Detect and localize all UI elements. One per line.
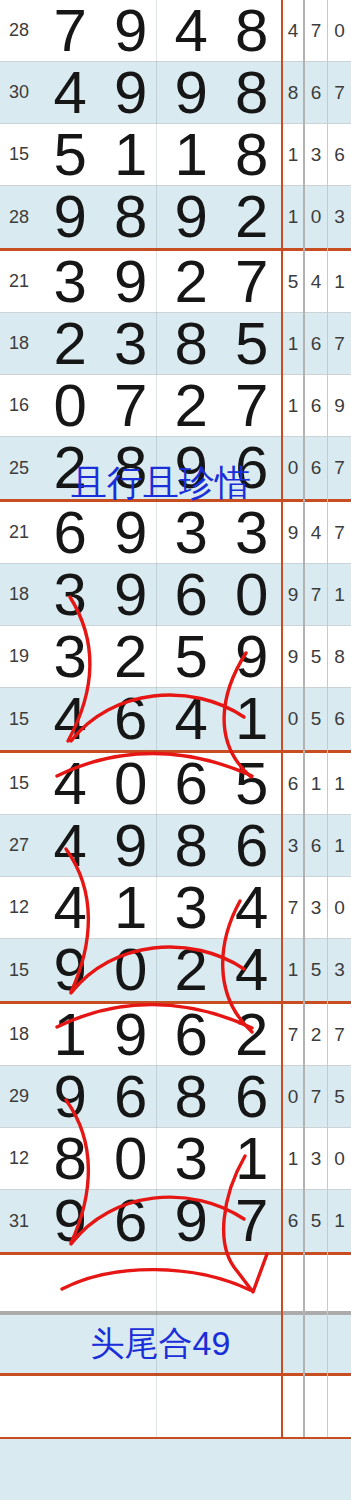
tail-digit: 1 [328, 835, 351, 857]
draw-digit: 8 [222, 125, 283, 185]
tail-digit: 7 [328, 82, 351, 104]
draw-digit: 8 [161, 314, 222, 374]
draw-digit: 6 [222, 816, 283, 876]
sum-value: 31 [0, 1211, 40, 1232]
tail-digit: 1 [282, 395, 304, 417]
draw-digit: 2 [161, 940, 222, 1000]
tail-digit: 5 [304, 959, 328, 981]
sum-value: 15 [0, 773, 40, 794]
draw-digit: 9 [101, 816, 162, 876]
draw-digit: 8 [222, 1, 283, 61]
draw-row: 182385167 [0, 313, 351, 375]
tail-digit: 7 [328, 333, 351, 355]
mid-column-divider [156, 0, 157, 1437]
draw-digit: 7 [222, 1191, 283, 1251]
draw-row: 128031130 [0, 1128, 351, 1190]
tail-digit: 9 [282, 646, 304, 668]
tail-digit: 3 [282, 835, 304, 857]
draw-digit: 4 [40, 63, 101, 123]
draw-digit: 0 [101, 754, 162, 814]
draw-digit: 1 [222, 1129, 283, 1189]
sum-value: 16 [0, 395, 40, 416]
tail-digit: 6 [304, 333, 328, 355]
draw-digit: 8 [161, 816, 222, 876]
tail-digit: 9 [328, 395, 351, 417]
draw-digit: 9 [101, 63, 162, 123]
tail-digit: 6 [304, 395, 328, 417]
tail-digit: 1 [328, 271, 351, 293]
draw-digit: 9 [40, 1191, 101, 1251]
draw-digit: 7 [101, 376, 162, 436]
tail-digit: 3 [328, 206, 351, 228]
draw-digit: 8 [101, 187, 162, 247]
draw-row: 193259958 [0, 626, 351, 688]
tail-digit: 9 [282, 584, 304, 606]
draw-digit: 9 [161, 187, 222, 247]
tail-digit: 7 [282, 897, 304, 919]
draw-digit: 9 [222, 627, 283, 687]
draw-rows-table: 2879484703049988671551181362898921032139… [0, 0, 351, 1255]
draw-digit: 5 [40, 125, 101, 185]
tail-digit: 1 [328, 584, 351, 606]
draw-digit: 7 [222, 376, 283, 436]
draw-digit: 4 [40, 754, 101, 814]
draw-digit: 6 [101, 1191, 162, 1251]
tail-digit: 6 [282, 773, 304, 795]
sum-value: 27 [0, 835, 40, 856]
draw-digit: 5 [222, 314, 283, 374]
draw-digit: 1 [161, 125, 222, 185]
tail-digit: 6 [328, 144, 351, 166]
gray-column-divider [303, 0, 305, 1437]
tail-digit: 8 [282, 82, 304, 104]
draw-digit: 1 [101, 125, 162, 185]
tail-digit: 7 [282, 1024, 304, 1046]
draw-digit: 9 [101, 1, 162, 61]
draw-digit: 8 [161, 1067, 222, 1127]
footer-band [0, 1439, 351, 1500]
draw-digit: 1 [101, 878, 162, 938]
draw-digit: 3 [161, 1129, 222, 1189]
draw-digit: 9 [101, 565, 162, 625]
tail-digit: 5 [328, 1086, 351, 1108]
draw-digit: 6 [161, 565, 222, 625]
draw-row: 159024153 [0, 939, 351, 1001]
blank-white-row [0, 1376, 351, 1437]
sum-value: 29 [0, 1086, 40, 1107]
draw-row: 160727169 [0, 375, 351, 437]
draw-digit: 4 [161, 689, 222, 749]
draw-digit: 3 [101, 314, 162, 374]
draw-digit: 0 [40, 376, 101, 436]
draw-row: 213927541 [0, 251, 351, 313]
draw-digit: 6 [222, 1067, 283, 1127]
orange-column-divider [281, 0, 283, 1437]
sum-value: 15 [0, 960, 40, 981]
sum-value: 19 [0, 646, 40, 667]
tail-digit: 5 [304, 646, 328, 668]
draw-digit: 2 [161, 252, 222, 312]
sum-value: 28 [0, 207, 40, 228]
draw-row: 287948470 [0, 0, 351, 62]
draw-digit: 2 [101, 627, 162, 687]
sum-value: 21 [0, 522, 40, 543]
footer-label-row: 头尾合49 [0, 1315, 351, 1373]
tail-digit: 6 [304, 835, 328, 857]
draw-digit: 9 [161, 63, 222, 123]
tail-digit: 7 [304, 584, 328, 606]
sum-value: 15 [0, 709, 40, 730]
blank-arrow-row [0, 1255, 351, 1311]
watermark-text: 且行且珍惜 [0, 459, 322, 508]
tail-digit: 4 [304, 522, 328, 544]
sum-value: 12 [0, 1148, 40, 1169]
sum-value: 18 [0, 333, 40, 354]
tail-digit: 7 [304, 20, 328, 42]
draw-digit: 9 [40, 1067, 101, 1127]
tail-digit: 0 [328, 897, 351, 919]
tail-digit: 1 [328, 1210, 351, 1232]
draw-digit: 2 [161, 376, 222, 436]
tail-digit: 0 [328, 20, 351, 42]
draw-digit: 3 [222, 503, 283, 563]
draw-digit: 5 [222, 754, 283, 814]
draw-digit: 6 [161, 1005, 222, 1065]
draw-digit: 4 [161, 1, 222, 61]
tail-digit: 3 [304, 1148, 328, 1170]
draw-digit: 4 [222, 878, 283, 938]
sum-value: 15 [0, 144, 40, 165]
tail-digit: 1 [282, 144, 304, 166]
draw-digit: 3 [161, 503, 222, 563]
draw-digit: 7 [40, 1, 101, 61]
sum-value: 28 [0, 20, 40, 41]
tail-digit: 5 [282, 271, 304, 293]
draw-row: 299686075 [0, 1066, 351, 1128]
draw-digit: 4 [222, 940, 283, 1000]
tail-digit: 0 [282, 1086, 304, 1108]
tail-digit: 0 [304, 206, 328, 228]
draw-digit: 1 [222, 689, 283, 749]
draw-row: 274986361 [0, 815, 351, 877]
draw-digit: 9 [40, 940, 101, 1000]
draw-digit: 3 [161, 878, 222, 938]
tail-digit: 7 [328, 457, 351, 479]
draw-digit: 6 [161, 754, 222, 814]
tail-digit: 4 [282, 20, 304, 42]
draw-digit: 8 [222, 63, 283, 123]
draw-digit: 4 [40, 878, 101, 938]
draw-row: 319697651 [0, 1190, 351, 1252]
lottery-trend-sheet: 2879484703049988671551181362898921032139… [0, 0, 351, 1500]
draw-digit: 4 [40, 689, 101, 749]
tail-digit: 9 [282, 522, 304, 544]
draw-digit: 0 [101, 940, 162, 1000]
tail-digit: 5 [304, 1210, 328, 1232]
tail-digit: 1 [328, 773, 351, 795]
tail-digit: 3 [304, 897, 328, 919]
tail-digit: 1 [304, 773, 328, 795]
draw-digit: 2 [222, 187, 283, 247]
tail-digit: 3 [304, 144, 328, 166]
draw-digit: 9 [101, 1005, 162, 1065]
draw-digit: 2 [222, 1005, 283, 1065]
sum-value: 18 [0, 584, 40, 605]
light-column-divider [327, 0, 328, 1437]
tail-digit: 1 [282, 1148, 304, 1170]
draw-digit: 9 [101, 252, 162, 312]
draw-digit: 3 [40, 565, 101, 625]
draw-digit: 1 [40, 1005, 101, 1065]
sum-value: 12 [0, 897, 40, 918]
draw-digit: 6 [40, 503, 101, 563]
draw-digit: 8 [40, 1129, 101, 1189]
draw-row: 154065611 [0, 753, 351, 815]
draw-digit: 6 [101, 1067, 162, 1127]
tail-digit: 7 [328, 1024, 351, 1046]
draw-row: 181962727 [0, 1004, 351, 1066]
draw-digit: 3 [40, 627, 101, 687]
tail-digit: 6 [304, 82, 328, 104]
draw-digit: 6 [101, 689, 162, 749]
tail-digit: 1 [282, 333, 304, 355]
draw-row: 183960971 [0, 564, 351, 626]
draw-digit: 9 [101, 503, 162, 563]
draw-digit: 0 [101, 1129, 162, 1189]
draw-digit: 3 [40, 252, 101, 312]
tail-digit: 1 [282, 206, 304, 228]
tail-digit: 6 [328, 708, 351, 730]
draw-digit: 5 [161, 627, 222, 687]
sum-value: 21 [0, 271, 40, 292]
tail-digit: 0 [282, 708, 304, 730]
draw-digit: 7 [222, 252, 283, 312]
tail-digit: 8 [328, 646, 351, 668]
tail-digit: 5 [304, 708, 328, 730]
draw-row: 154641056 [0, 688, 351, 750]
tail-digit: 7 [328, 522, 351, 544]
draw-digit: 0 [222, 565, 283, 625]
sum-value: 30 [0, 82, 40, 103]
draw-digit: 9 [161, 1191, 222, 1251]
tail-digit: 6 [282, 1210, 304, 1232]
draw-digit: 2 [40, 314, 101, 374]
tail-digit: 3 [328, 959, 351, 981]
draw-digit: 9 [40, 187, 101, 247]
tail-digit: 2 [304, 1024, 328, 1046]
sum-value: 18 [0, 1024, 40, 1045]
draw-row: 304998867 [0, 62, 351, 124]
draw-digit: 4 [40, 816, 101, 876]
tail-digit: 0 [328, 1148, 351, 1170]
draw-row: 124134730 [0, 877, 351, 939]
draw-row: 216933947 [0, 502, 351, 564]
tail-digit: 7 [304, 1086, 328, 1108]
draw-row: 289892103 [0, 186, 351, 248]
tail-digit: 1 [282, 959, 304, 981]
tail-digit: 4 [304, 271, 328, 293]
footer-label: 头尾合49 [91, 1321, 231, 1367]
draw-row: 155118136 [0, 124, 351, 186]
